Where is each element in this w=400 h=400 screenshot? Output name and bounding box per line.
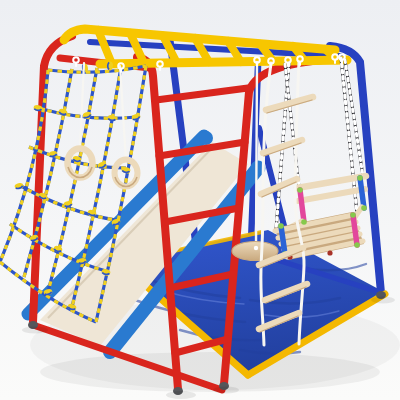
slide-top-cap-far [199, 131, 213, 145]
monkey-bar-near-rail [100, 60, 347, 64]
photo-canvas: Children's indoor play gym (sports compl… [0, 0, 400, 400]
scene-svg [0, 0, 400, 400]
disc-rope [256, 62, 257, 243]
swing-clamp-right [327, 250, 332, 255]
disc-rope-knot [254, 246, 258, 250]
